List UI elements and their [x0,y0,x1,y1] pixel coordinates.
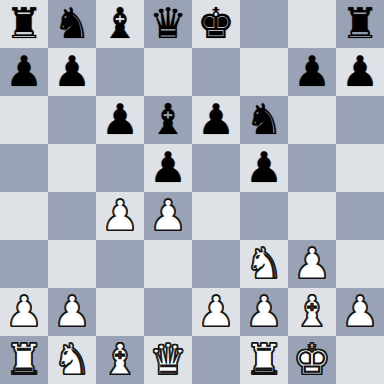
square-c1[interactable]: ♝ [96,336,144,384]
square-b4[interactable] [48,192,96,240]
white-pawn-piece[interactable]: ♟ [341,288,379,336]
square-g8[interactable] [288,0,336,48]
white-pawn-piece[interactable]: ♟ [101,192,139,240]
black-pawn-piece[interactable]: ♟ [197,96,235,144]
square-f4[interactable] [240,192,288,240]
square-d7[interactable] [144,48,192,96]
square-d4[interactable]: ♟ [144,192,192,240]
square-e6[interactable]: ♟ [192,96,240,144]
white-knight-piece[interactable]: ♞ [53,336,91,384]
black-king-piece[interactable]: ♚ [197,0,235,48]
black-pawn-piece[interactable]: ♟ [341,48,379,96]
square-c3[interactable] [96,240,144,288]
square-f8[interactable] [240,0,288,48]
square-d6[interactable]: ♝ [144,96,192,144]
square-f1[interactable]: ♜ [240,336,288,384]
square-e4[interactable] [192,192,240,240]
square-a4[interactable] [0,192,48,240]
square-a8[interactable]: ♜ [0,0,48,48]
square-b8[interactable]: ♞ [48,0,96,48]
square-d2[interactable] [144,288,192,336]
square-h6[interactable] [336,96,384,144]
square-b1[interactable]: ♞ [48,336,96,384]
square-h1[interactable] [336,336,384,384]
square-c7[interactable] [96,48,144,96]
square-b2[interactable]: ♟ [48,288,96,336]
black-bishop-piece[interactable]: ♝ [101,0,139,48]
white-rook-piece[interactable]: ♜ [245,336,283,384]
square-e1[interactable] [192,336,240,384]
square-c8[interactable]: ♝ [96,0,144,48]
square-g2[interactable]: ♝ [288,288,336,336]
white-pawn-piece[interactable]: ♟ [197,288,235,336]
square-b5[interactable] [48,144,96,192]
white-pawn-piece[interactable]: ♟ [245,288,283,336]
white-king-piece[interactable]: ♚ [293,336,331,384]
square-f7[interactable] [240,48,288,96]
square-b7[interactable]: ♟ [48,48,96,96]
square-a1[interactable]: ♜ [0,336,48,384]
square-e8[interactable]: ♚ [192,0,240,48]
black-rook-piece[interactable]: ♜ [5,0,43,48]
black-pawn-piece[interactable]: ♟ [53,48,91,96]
white-pawn-piece[interactable]: ♟ [293,240,331,288]
square-f5[interactable]: ♟ [240,144,288,192]
square-g5[interactable] [288,144,336,192]
white-bishop-piece[interactable]: ♝ [101,336,139,384]
square-f6[interactable]: ♞ [240,96,288,144]
square-d5[interactable]: ♟ [144,144,192,192]
square-h3[interactable] [336,240,384,288]
square-g6[interactable] [288,96,336,144]
black-pawn-piece[interactable]: ♟ [293,48,331,96]
square-a2[interactable]: ♟ [0,288,48,336]
black-pawn-piece[interactable]: ♟ [149,144,187,192]
black-bishop-piece[interactable]: ♝ [149,96,187,144]
square-h5[interactable] [336,144,384,192]
black-rook-piece[interactable]: ♜ [341,0,379,48]
square-g1[interactable]: ♚ [288,336,336,384]
square-g3[interactable]: ♟ [288,240,336,288]
square-f2[interactable]: ♟ [240,288,288,336]
square-g4[interactable] [288,192,336,240]
white-queen-piece[interactable]: ♛ [149,336,187,384]
square-e3[interactable] [192,240,240,288]
square-d8[interactable]: ♛ [144,0,192,48]
square-c5[interactable] [96,144,144,192]
square-h7[interactable]: ♟ [336,48,384,96]
square-f3[interactable]: ♞ [240,240,288,288]
square-a6[interactable] [0,96,48,144]
black-pawn-piece[interactable]: ♟ [245,144,283,192]
square-d3[interactable] [144,240,192,288]
square-d1[interactable]: ♛ [144,336,192,384]
white-pawn-piece[interactable]: ♟ [149,192,187,240]
black-pawn-piece[interactable]: ♟ [5,48,43,96]
square-h8[interactable]: ♜ [336,0,384,48]
square-e7[interactable] [192,48,240,96]
square-e5[interactable] [192,144,240,192]
chess-board: ♜♞♝♛♚♜♟♟♟♟♟♝♟♞♟♟♟♟♞♟♟♟♟♟♝♟♜♞♝♛♜♚ [0,0,384,384]
square-c6[interactable]: ♟ [96,96,144,144]
square-h4[interactable] [336,192,384,240]
square-a7[interactable]: ♟ [0,48,48,96]
white-pawn-piece[interactable]: ♟ [53,288,91,336]
square-g7[interactable]: ♟ [288,48,336,96]
square-a3[interactable] [0,240,48,288]
white-rook-piece[interactable]: ♜ [5,336,43,384]
square-b3[interactable] [48,240,96,288]
black-knight-piece[interactable]: ♞ [245,96,283,144]
square-c2[interactable] [96,288,144,336]
white-knight-piece[interactable]: ♞ [245,240,283,288]
black-pawn-piece[interactable]: ♟ [101,96,139,144]
white-pawn-piece[interactable]: ♟ [5,288,43,336]
square-h2[interactable]: ♟ [336,288,384,336]
black-queen-piece[interactable]: ♛ [149,0,187,48]
square-b6[interactable] [48,96,96,144]
white-bishop-piece[interactable]: ♝ [293,288,331,336]
square-c4[interactable]: ♟ [96,192,144,240]
square-a5[interactable] [0,144,48,192]
black-knight-piece[interactable]: ♞ [53,0,91,48]
square-e2[interactable]: ♟ [192,288,240,336]
